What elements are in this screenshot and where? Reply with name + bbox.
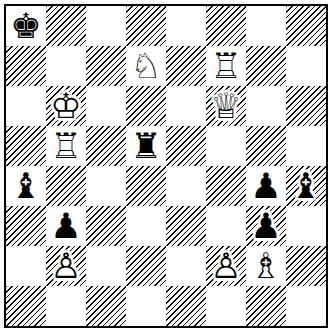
square-b2[interactable]: ♟♙: [46, 246, 86, 286]
black-bishop-a4[interactable]: ♝: [6, 166, 46, 206]
square-h7[interactable]: [286, 46, 326, 86]
square-a4[interactable]: ♝: [6, 166, 46, 206]
black-pawn-b3[interactable]: ♟: [46, 206, 86, 246]
square-e6[interactable]: [166, 86, 206, 126]
square-c4[interactable]: [86, 166, 126, 206]
square-c2[interactable]: [86, 246, 126, 286]
square-c7[interactable]: [86, 46, 126, 86]
white-knight-d7[interactable]: ♞♘: [126, 46, 166, 86]
square-g5[interactable]: [246, 126, 286, 166]
square-g8[interactable]: [246, 6, 286, 46]
square-h2[interactable]: [286, 246, 326, 286]
white-piece-outline: ♕: [206, 86, 246, 126]
square-b6[interactable]: ♚♔: [46, 86, 86, 126]
white-piece-outline: ♘: [126, 46, 166, 86]
square-e8[interactable]: [166, 6, 206, 46]
square-c6[interactable]: [86, 86, 126, 126]
white-piece-outline: ♔: [46, 86, 86, 126]
white-king-b6[interactable]: ♚♔: [46, 86, 86, 126]
square-f4[interactable]: [206, 166, 246, 206]
square-a6[interactable]: [6, 86, 46, 126]
square-e5[interactable]: [166, 126, 206, 166]
square-c5[interactable]: [86, 126, 126, 166]
square-a3[interactable]: [6, 206, 46, 246]
square-h3[interactable]: [286, 206, 326, 246]
square-g7[interactable]: [246, 46, 286, 86]
square-c8[interactable]: [86, 6, 126, 46]
square-d6[interactable]: [126, 86, 166, 126]
square-a2[interactable]: [6, 246, 46, 286]
square-f2[interactable]: ♟♙: [206, 246, 246, 286]
square-f3[interactable]: [206, 206, 246, 246]
black-bishop-h4[interactable]: ♝: [286, 166, 326, 206]
white-pawn-f2[interactable]: ♟♙: [206, 246, 246, 286]
black-pawn-g3[interactable]: ♟: [246, 206, 286, 246]
square-g4[interactable]: ♟: [246, 166, 286, 206]
white-piece-outline: ♖: [46, 126, 86, 166]
square-g6[interactable]: [246, 86, 286, 126]
square-c3[interactable]: [86, 206, 126, 246]
square-d7[interactable]: ♞♘: [126, 46, 166, 86]
white-queen-f6[interactable]: ♛♕: [206, 86, 246, 126]
square-f6[interactable]: ♛♕: [206, 86, 246, 126]
white-bishop-g2[interactable]: ♝♗: [246, 246, 286, 286]
square-a7[interactable]: [6, 46, 46, 86]
square-b1[interactable]: [46, 286, 86, 326]
square-b4[interactable]: [46, 166, 86, 206]
chessboard: ♚♞♘♜♖♚♔♛♕♜♖♜♝♟♝♟♟♟♙♟♙♝♗: [6, 6, 326, 326]
square-c1[interactable]: [86, 286, 126, 326]
white-rook-b5[interactable]: ♜♖: [46, 126, 86, 166]
square-b3[interactable]: ♟: [46, 206, 86, 246]
square-d3[interactable]: [126, 206, 166, 246]
square-d2[interactable]: [126, 246, 166, 286]
white-piece-outline: ♙: [206, 246, 246, 286]
square-h4[interactable]: ♝: [286, 166, 326, 206]
square-h8[interactable]: [286, 6, 326, 46]
white-piece-outline: ♙: [46, 246, 86, 286]
square-b7[interactable]: [46, 46, 86, 86]
square-h1[interactable]: [286, 286, 326, 326]
white-pawn-b2[interactable]: ♟♙: [46, 246, 86, 286]
square-e1[interactable]: [166, 286, 206, 326]
square-b8[interactable]: [46, 6, 86, 46]
white-piece-outline: ♗: [246, 246, 286, 286]
square-f5[interactable]: [206, 126, 246, 166]
square-e4[interactable]: [166, 166, 206, 206]
square-e7[interactable]: [166, 46, 206, 86]
square-g3[interactable]: ♟: [246, 206, 286, 246]
square-e2[interactable]: [166, 246, 206, 286]
black-king-a8[interactable]: ♚: [6, 6, 46, 46]
square-f7[interactable]: ♜♖: [206, 46, 246, 86]
square-b5[interactable]: ♜♖: [46, 126, 86, 166]
black-pawn-g4[interactable]: ♟: [246, 166, 286, 206]
square-g2[interactable]: ♝♗: [246, 246, 286, 286]
square-h6[interactable]: [286, 86, 326, 126]
square-f8[interactable]: [206, 6, 246, 46]
square-h5[interactable]: [286, 126, 326, 166]
square-g1[interactable]: [246, 286, 286, 326]
square-a1[interactable]: [6, 286, 46, 326]
square-f1[interactable]: [206, 286, 246, 326]
square-a8[interactable]: ♚: [6, 6, 46, 46]
square-d5[interactable]: ♜: [126, 126, 166, 166]
square-d1[interactable]: [126, 286, 166, 326]
square-a5[interactable]: [6, 126, 46, 166]
square-d8[interactable]: [126, 6, 166, 46]
chessboard-frame: ♚♞♘♜♖♚♔♛♕♜♖♜♝♟♝♟♟♟♙♟♙♝♗: [4, 4, 328, 328]
white-piece-outline: ♖: [206, 46, 246, 86]
square-e3[interactable]: [166, 206, 206, 246]
black-rook-d5[interactable]: ♜: [126, 126, 166, 166]
square-d4[interactable]: [126, 166, 166, 206]
white-rook-f7[interactable]: ♜♖: [206, 46, 246, 86]
